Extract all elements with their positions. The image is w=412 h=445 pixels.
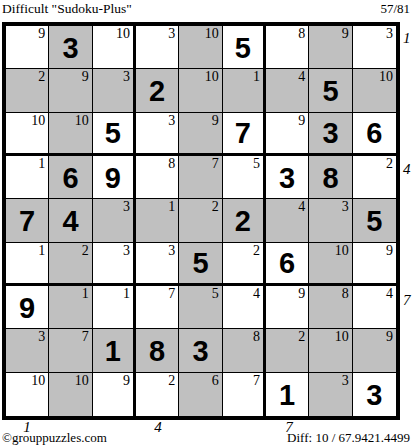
cell-r5c6[interactable]: 2 xyxy=(223,199,266,242)
row-label-1: 1 xyxy=(403,30,412,47)
given-digit: 7 xyxy=(235,117,251,148)
given-digit: 5 xyxy=(105,117,121,148)
small-clue: 3 xyxy=(123,199,130,214)
cell-r4c6[interactable]: 5 xyxy=(223,156,266,199)
cell-r6c9[interactable]: 9 xyxy=(353,243,396,286)
small-clue: 10 xyxy=(205,26,219,41)
progress-counter: 57/81 xyxy=(380,1,410,17)
cell-r8c7[interactable]: 2 xyxy=(266,329,309,372)
cell-r8c9[interactable]: 9 xyxy=(353,329,396,372)
small-clue: 1 xyxy=(123,286,130,301)
given-digit: 1 xyxy=(279,379,295,410)
small-clue: 4 xyxy=(386,286,393,301)
cell-r4c9[interactable]: 2 xyxy=(353,156,396,199)
cell-r6c3[interactable]: 3 xyxy=(93,243,136,286)
small-clue: 9 xyxy=(82,69,89,84)
given-digit: 3 xyxy=(366,379,382,410)
small-clue: 2 xyxy=(82,243,89,258)
small-clue: 10 xyxy=(31,373,45,388)
cell-r8c4[interactable]: 8 xyxy=(136,329,179,372)
small-clue: 5 xyxy=(253,156,260,171)
given-digit: 8 xyxy=(149,335,165,366)
cell-r4c1[interactable]: 1 xyxy=(6,156,49,199)
given-digit: 2 xyxy=(149,75,165,106)
cell-r1c7[interactable]: 8 xyxy=(266,26,309,69)
given-digit: 6 xyxy=(279,247,295,278)
cell-r2c2[interactable]: 9 xyxy=(49,69,92,112)
small-clue: 2 xyxy=(386,156,393,171)
row-label-7: 7 xyxy=(403,292,412,309)
cell-r3c2[interactable]: 10 xyxy=(49,113,92,156)
given-digit: 6 xyxy=(366,117,382,148)
small-clue: 1 xyxy=(82,286,89,301)
small-clue: 9 xyxy=(386,243,393,258)
cell-r7c2[interactable]: 1 xyxy=(49,286,92,329)
small-clue: 6 xyxy=(212,373,219,388)
cell-r1c1[interactable]: 9 xyxy=(6,26,49,69)
cell-r7c6[interactable]: 4 xyxy=(223,286,266,329)
small-clue: 3 xyxy=(168,243,175,258)
small-clue: 9 xyxy=(298,286,305,301)
cell-r8c5[interactable]: 3 xyxy=(179,329,222,372)
cell-r6c6[interactable]: 2 xyxy=(223,243,266,286)
cell-r9c3[interactable]: 9 xyxy=(93,373,136,416)
small-clue: 2 xyxy=(168,373,175,388)
small-clue: 3 xyxy=(38,329,45,344)
cell-r9c6[interactable]: 7 xyxy=(223,373,266,416)
small-clue: 2 xyxy=(298,329,305,344)
cell-r6c8[interactable]: 10 xyxy=(309,243,352,286)
given-digit: 2 xyxy=(235,205,251,236)
cell-r8c8[interactable]: 10 xyxy=(309,329,352,372)
small-clue: 8 xyxy=(342,286,349,301)
cell-r5c2[interactable]: 4 xyxy=(49,199,92,242)
cell-r4c5[interactable]: 7 xyxy=(179,156,222,199)
given-digit: 3 xyxy=(62,32,78,63)
cell-r2c9[interactable]: 10 xyxy=(353,69,396,112)
cell-r9c5[interactable]: 6 xyxy=(179,373,222,416)
cell-r7c9[interactable]: 4 xyxy=(353,286,396,329)
cell-r3c7[interactable]: 9 xyxy=(266,113,309,156)
small-clue: 9 xyxy=(386,329,393,344)
given-digit: 6 xyxy=(62,162,78,193)
cell-r7c8[interactable]: 8 xyxy=(309,286,352,329)
small-clue: 1 xyxy=(168,199,175,214)
small-clue: 3 xyxy=(123,69,130,84)
small-clue: 1 xyxy=(253,69,260,84)
given-digit: 5 xyxy=(322,75,338,106)
cell-r1c8[interactable]: 9 xyxy=(309,26,352,69)
cell-r8c1[interactable]: 3 xyxy=(6,329,49,372)
cell-r5c7[interactable]: 4 xyxy=(266,199,309,242)
small-clue: 2 xyxy=(212,199,219,214)
cell-r6c2[interactable]: 2 xyxy=(49,243,92,286)
cell-r7c4[interactable]: 7 xyxy=(136,286,179,329)
cell-r7c5[interactable]: 5 xyxy=(179,286,222,329)
small-clue: 2 xyxy=(253,243,260,258)
small-clue: 8 xyxy=(298,26,305,41)
cell-r2c6[interactable]: 1 xyxy=(223,69,266,112)
small-clue: 9 xyxy=(342,26,349,41)
small-clue: 8 xyxy=(168,156,175,171)
small-clue: 10 xyxy=(75,373,89,388)
cell-r7c3[interactable]: 1 xyxy=(93,286,136,329)
cell-r6c4[interactable]: 3 xyxy=(136,243,179,286)
cell-r2c4[interactable]: 2 xyxy=(136,69,179,112)
small-clue: 5 xyxy=(212,286,219,301)
small-clue: 7 xyxy=(82,329,89,344)
cell-r3c4[interactable]: 3 xyxy=(136,113,179,156)
small-clue: 4 xyxy=(253,286,260,301)
small-clue: 10 xyxy=(75,113,89,128)
puzzle-title: Difficult "Sudoku-Plus" xyxy=(2,1,132,17)
cell-r7c7[interactable]: 9 xyxy=(266,286,309,329)
cell-r4c2[interactable]: 6 xyxy=(49,156,92,199)
cell-r6c5[interactable]: 5 xyxy=(179,243,222,286)
small-clue: 9 xyxy=(38,26,45,41)
given-digit: 3 xyxy=(322,117,338,148)
col-label-4: 4 xyxy=(137,419,179,436)
cell-r1c2[interactable]: 3 xyxy=(49,26,92,69)
cell-r8c3[interactable]: 1 xyxy=(93,329,136,372)
small-clue: 3 xyxy=(342,199,349,214)
cell-r5c5[interactable]: 2 xyxy=(179,199,222,242)
cell-r7c1[interactable]: 9 xyxy=(6,286,49,329)
cell-r3c3[interactable]: 5 xyxy=(93,113,136,156)
cell-r1c3[interactable]: 10 xyxy=(93,26,136,69)
cell-r9c1[interactable]: 10 xyxy=(6,373,49,416)
cell-r5c4[interactable]: 1 xyxy=(136,199,179,242)
cell-r1c6[interactable]: 5 xyxy=(223,26,266,69)
copyright-text: ©grouppuzzles.com xyxy=(2,430,107,445)
cell-r3c1[interactable]: 10 xyxy=(6,113,49,156)
cell-r5c8[interactable]: 3 xyxy=(309,199,352,242)
cell-r3c5[interactable]: 9 xyxy=(179,113,222,156)
given-digit: 3 xyxy=(279,162,295,193)
puzzle-page: Difficult "Sudoku-Plus" 57/81 9310310589… xyxy=(0,0,412,445)
given-digit: 5 xyxy=(366,205,382,236)
cell-r4c8[interactable]: 8 xyxy=(309,156,352,199)
given-digit: 8 xyxy=(322,162,338,193)
small-clue: 8 xyxy=(253,329,260,344)
given-digit: 5 xyxy=(192,247,208,278)
cell-r3c9[interactable]: 6 xyxy=(353,113,396,156)
small-clue: 3 xyxy=(386,26,393,41)
cell-r5c1[interactable]: 7 xyxy=(6,199,49,242)
small-clue: 2 xyxy=(38,69,45,84)
cell-r9c9[interactable]: 3 xyxy=(353,373,396,416)
small-clue: 7 xyxy=(253,373,260,388)
small-clue: 10 xyxy=(31,113,45,128)
cell-r3c8[interactable]: 3 xyxy=(309,113,352,156)
small-clue: 9 xyxy=(298,113,305,128)
small-clue: 7 xyxy=(212,156,219,171)
small-clue: 10 xyxy=(335,243,349,258)
cell-r2c3[interactable]: 3 xyxy=(93,69,136,112)
cell-r9c2[interactable]: 10 xyxy=(49,373,92,416)
cell-r1c9[interactable]: 3 xyxy=(353,26,396,69)
small-clue: 1 xyxy=(38,156,45,171)
small-clue: 10 xyxy=(379,69,393,84)
cell-r9c4[interactable]: 2 xyxy=(136,373,179,416)
sudoku-board: 9310310589329321014510101053979361698753… xyxy=(2,22,400,420)
cell-r5c3[interactable]: 3 xyxy=(93,199,136,242)
cell-r2c8[interactable]: 5 xyxy=(309,69,352,112)
cell-r8c6[interactable]: 8 xyxy=(223,329,266,372)
small-clue: 3 xyxy=(168,26,175,41)
cell-r2c7[interactable]: 4 xyxy=(266,69,309,112)
cell-r1c4[interactable]: 3 xyxy=(136,26,179,69)
cell-r4c7[interactable]: 3 xyxy=(266,156,309,199)
small-clue: 3 xyxy=(123,243,130,258)
cell-r4c4[interactable]: 8 xyxy=(136,156,179,199)
cell-r9c8[interactable]: 3 xyxy=(309,373,352,416)
given-digit: 1 xyxy=(105,335,121,366)
given-digit: 4 xyxy=(62,205,78,236)
cell-r6c7[interactable]: 6 xyxy=(266,243,309,286)
small-clue: 9 xyxy=(212,113,219,128)
given-digit: 3 xyxy=(192,335,208,366)
difficulty-text: Diff: 10 / 67.9421.4499 xyxy=(287,430,410,445)
row-label-4: 4 xyxy=(403,161,412,178)
given-digit: 9 xyxy=(105,162,121,193)
small-clue: 10 xyxy=(335,329,349,344)
small-clue: 10 xyxy=(205,69,219,84)
small-clue: 3 xyxy=(342,373,349,388)
given-digit: 5 xyxy=(235,32,251,63)
cell-r4c3[interactable]: 9 xyxy=(93,156,136,199)
small-clue: 4 xyxy=(298,69,305,84)
given-digit: 7 xyxy=(19,205,35,236)
cell-r6c1[interactable]: 1 xyxy=(6,243,49,286)
cell-r1c5[interactable]: 10 xyxy=(179,26,222,69)
small-clue: 10 xyxy=(116,26,130,41)
small-clue: 4 xyxy=(298,199,305,214)
cell-r3c6[interactable]: 7 xyxy=(223,113,266,156)
cell-r2c5[interactable]: 10 xyxy=(179,69,222,112)
cell-r2c1[interactable]: 2 xyxy=(6,69,49,112)
cell-r8c2[interactable]: 7 xyxy=(49,329,92,372)
cell-r9c7[interactable]: 1 xyxy=(266,373,309,416)
cell-r5c9[interactable]: 5 xyxy=(353,199,396,242)
given-digit: 9 xyxy=(19,292,35,323)
small-clue: 9 xyxy=(123,373,130,388)
small-clue: 7 xyxy=(168,286,175,301)
small-clue: 3 xyxy=(168,113,175,128)
small-clue: 1 xyxy=(38,243,45,258)
